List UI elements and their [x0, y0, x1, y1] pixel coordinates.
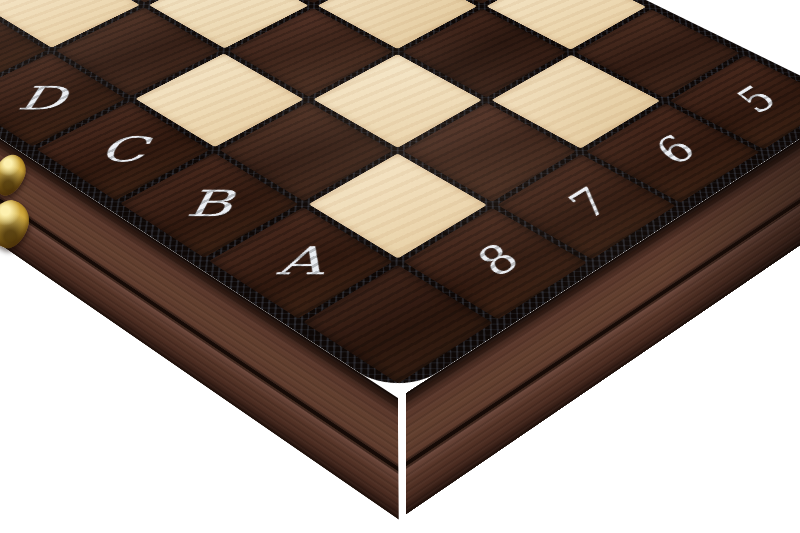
- coordinate-glyph: 5: [723, 84, 786, 118]
- coordinate-glyph: C: [97, 133, 148, 167]
- brass-hinge: [0, 152, 44, 252]
- hinge-knuckle-bottom: [0, 195, 34, 252]
- photo-scene: 55667788HGFEDCBA: [0, 0, 800, 533]
- hinge-knuckle-top: [0, 150, 32, 201]
- board-top-face: 55667788HGFEDCBA: [0, 0, 800, 398]
- coordinate-glyph: 6: [640, 134, 704, 170]
- coordinate-glyph: 7: [554, 186, 620, 224]
- coordinate-glyph: D: [15, 82, 68, 114]
- coordinate-glyph: B: [184, 186, 233, 222]
- chess-box: 55667788HGFEDCBA: [0, 0, 800, 398]
- coordinate-glyph: 8: [461, 242, 528, 283]
- coordinate-glyph: A: [276, 242, 324, 281]
